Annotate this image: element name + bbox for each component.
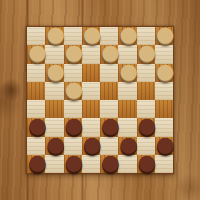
square-r6c7[interactable]: ● <box>137 118 155 136</box>
checker-light[interactable]: ● <box>65 81 81 97</box>
checker-dark[interactable]: ● <box>65 118 81 134</box>
square-r7c4[interactable]: ● <box>82 137 100 155</box>
square-r4c3[interactable]: ● <box>64 82 82 100</box>
square-r1c2[interactable]: ● <box>45 27 63 45</box>
square-r3c2[interactable]: ● <box>45 64 63 82</box>
checker-dark[interactable]: ● <box>83 136 99 152</box>
square-r5c8[interactable] <box>155 100 173 118</box>
square-r2c5[interactable]: ● <box>100 45 118 63</box>
square-r3c7[interactable] <box>137 64 155 82</box>
square-r8c1[interactable]: ● <box>27 155 45 173</box>
square-r4c5[interactable] <box>100 82 118 100</box>
square-r2c7[interactable]: ● <box>137 45 155 63</box>
square-r3c6[interactable]: ● <box>118 64 136 82</box>
square-r3c8[interactable]: ● <box>155 64 173 82</box>
square-r8c4[interactable] <box>82 155 100 173</box>
square-r1c6[interactable]: ● <box>118 27 136 45</box>
checker-dark[interactable]: ● <box>138 118 154 134</box>
square-r5c4[interactable] <box>82 100 100 118</box>
square-r8c5[interactable]: ● <box>100 155 118 173</box>
checker-light[interactable]: ● <box>46 27 62 43</box>
square-r5c6[interactable] <box>118 100 136 118</box>
square-r6c5[interactable]: ● <box>100 118 118 136</box>
square-r2c3[interactable]: ● <box>64 45 82 63</box>
square-r8c6[interactable] <box>118 155 136 173</box>
checker-dark[interactable]: ● <box>28 118 44 134</box>
checker-dark[interactable]: ● <box>156 136 172 152</box>
square-r4c4[interactable] <box>82 82 100 100</box>
square-r4c7[interactable] <box>137 82 155 100</box>
checker-dark[interactable]: ● <box>28 154 44 170</box>
checker-light[interactable]: ● <box>28 45 44 61</box>
checker-dark[interactable]: ● <box>101 154 117 170</box>
square-r3c5[interactable] <box>100 64 118 82</box>
square-r8c3[interactable]: ● <box>64 155 82 173</box>
checker-dark[interactable]: ● <box>46 136 62 152</box>
checker-dark[interactable]: ● <box>138 154 154 170</box>
checker-dark[interactable]: ● <box>101 118 117 134</box>
checker-light[interactable]: ● <box>156 27 172 43</box>
checker-light[interactable]: ● <box>101 45 117 61</box>
square-r5c2[interactable] <box>45 100 63 118</box>
square-r8c2[interactable] <box>45 155 63 173</box>
square-r7c8[interactable]: ● <box>155 137 173 155</box>
square-r6c3[interactable]: ● <box>64 118 82 136</box>
square-r8c8[interactable] <box>155 155 173 173</box>
square-r2c1[interactable]: ● <box>27 45 45 63</box>
checker-light[interactable]: ● <box>138 45 154 61</box>
square-r4c1[interactable] <box>27 82 45 100</box>
square-r4c6[interactable] <box>118 82 136 100</box>
square-r4c8[interactable] <box>155 82 173 100</box>
checker-light[interactable]: ● <box>46 63 62 79</box>
checker-light[interactable]: ● <box>65 45 81 61</box>
square-r3c1[interactable] <box>27 64 45 82</box>
square-r4c2[interactable] <box>45 82 63 100</box>
checker-light[interactable]: ● <box>119 27 135 43</box>
square-r1c8[interactable]: ● <box>155 27 173 45</box>
square-r1c4[interactable]: ● <box>82 27 100 45</box>
square-r7c2[interactable]: ● <box>45 137 63 155</box>
square-r7c6[interactable]: ● <box>118 137 136 155</box>
square-r8c7[interactable]: ● <box>137 155 155 173</box>
checker-light[interactable]: ● <box>156 63 172 79</box>
square-r3c4[interactable] <box>82 64 100 82</box>
checker-light[interactable]: ● <box>83 27 99 43</box>
square-r2c4[interactable] <box>82 45 100 63</box>
square-r6c1[interactable]: ● <box>27 118 45 136</box>
checker-light[interactable]: ● <box>119 63 135 79</box>
checker-dark[interactable]: ● <box>65 154 81 170</box>
checker-dark[interactable]: ● <box>119 136 135 152</box>
checkers-board: ●●●●●●●●●●●●●●●●●●●●●●●● <box>26 26 174 174</box>
